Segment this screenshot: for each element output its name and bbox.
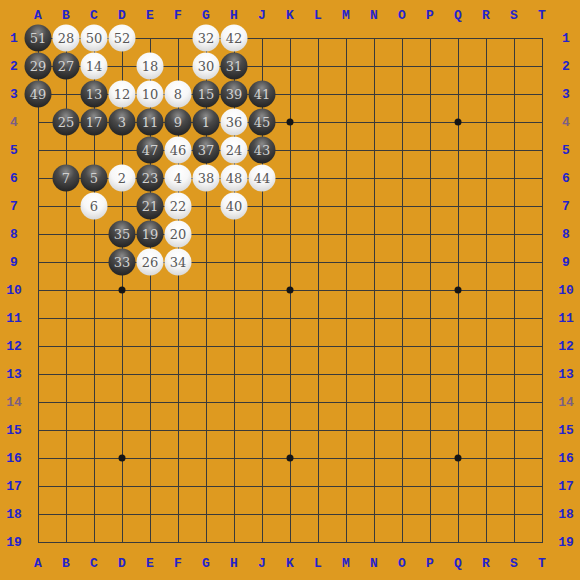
row-label-right-5: 5 bbox=[562, 144, 570, 157]
col-label-bottom-E: E bbox=[146, 557, 154, 570]
col-label-bottom-F: F bbox=[174, 557, 182, 570]
row-label-left-1: 1 bbox=[10, 32, 18, 45]
col-label-top-J: J bbox=[258, 9, 266, 22]
stone-white-34: 34 bbox=[165, 249, 192, 276]
stone-black-39: 39 bbox=[221, 81, 248, 108]
stone-white-18: 18 bbox=[137, 53, 164, 80]
stone-black-43: 43 bbox=[249, 137, 276, 164]
col-label-bottom-A: A bbox=[34, 557, 42, 570]
col-label-bottom-B: B bbox=[62, 557, 70, 570]
stone-white-12: 12 bbox=[109, 81, 136, 108]
star-point-Q4 bbox=[455, 119, 462, 126]
star-point-K10 bbox=[287, 287, 294, 294]
row-label-left-8: 8 bbox=[10, 228, 18, 241]
stone-black-3: 3 bbox=[109, 109, 136, 136]
row-label-left-14: 14 bbox=[6, 396, 22, 409]
col-label-bottom-N: N bbox=[370, 557, 378, 570]
col-label-top-M: M bbox=[342, 9, 350, 22]
stone-white-28: 28 bbox=[53, 25, 80, 52]
row-label-left-7: 7 bbox=[10, 200, 18, 213]
col-label-top-O: O bbox=[398, 9, 406, 22]
row-label-right-15: 15 bbox=[558, 424, 574, 437]
stone-white-4: 4 bbox=[165, 165, 192, 192]
col-label-top-S: S bbox=[510, 9, 518, 22]
stone-white-38: 38 bbox=[193, 165, 220, 192]
star-point-K4 bbox=[287, 119, 294, 126]
row-label-left-3: 3 bbox=[10, 88, 18, 101]
row-label-right-13: 13 bbox=[558, 368, 574, 381]
star-point-D16 bbox=[119, 455, 126, 462]
stone-black-37: 37 bbox=[193, 137, 220, 164]
col-label-top-D: D bbox=[118, 9, 126, 22]
row-label-left-17: 17 bbox=[6, 480, 22, 493]
row-label-left-12: 12 bbox=[6, 340, 22, 353]
col-label-top-H: H bbox=[230, 9, 238, 22]
stone-white-2: 2 bbox=[109, 165, 136, 192]
col-label-bottom-K: K bbox=[286, 557, 294, 570]
row-label-left-19: 19 bbox=[6, 536, 22, 549]
col-label-bottom-J: J bbox=[258, 557, 266, 570]
row-label-left-6: 6 bbox=[10, 172, 18, 185]
stone-white-20: 20 bbox=[165, 221, 192, 248]
row-label-right-18: 18 bbox=[558, 508, 574, 521]
row-label-right-14: 14 bbox=[558, 396, 574, 409]
row-label-left-16: 16 bbox=[6, 452, 22, 465]
col-label-bottom-O: O bbox=[398, 557, 406, 570]
stone-white-46: 46 bbox=[165, 137, 192, 164]
stone-black-29: 29 bbox=[25, 53, 52, 80]
stone-white-30: 30 bbox=[193, 53, 220, 80]
stone-black-33: 33 bbox=[109, 249, 136, 276]
col-label-bottom-G: G bbox=[202, 557, 210, 570]
col-label-bottom-R: R bbox=[482, 557, 490, 570]
stone-black-7: 7 bbox=[53, 165, 80, 192]
row-label-right-6: 6 bbox=[562, 172, 570, 185]
stone-black-47: 47 bbox=[137, 137, 164, 164]
star-point-D10 bbox=[119, 287, 126, 294]
col-label-top-C: C bbox=[90, 9, 98, 22]
col-label-bottom-L: L bbox=[314, 557, 322, 570]
row-label-right-1: 1 bbox=[562, 32, 570, 45]
stone-white-42: 42 bbox=[221, 25, 248, 52]
row-label-right-17: 17 bbox=[558, 480, 574, 493]
row-label-right-11: 11 bbox=[558, 312, 574, 325]
stone-white-32: 32 bbox=[193, 25, 220, 52]
col-label-bottom-H: H bbox=[230, 557, 238, 570]
col-label-bottom-P: P bbox=[426, 557, 434, 570]
stone-black-49: 49 bbox=[25, 81, 52, 108]
row-label-left-4: 4 bbox=[10, 116, 18, 129]
stone-black-13: 13 bbox=[81, 81, 108, 108]
row-label-right-10: 10 bbox=[558, 284, 574, 297]
stone-black-45: 45 bbox=[249, 109, 276, 136]
stone-black-27: 27 bbox=[53, 53, 80, 80]
star-point-Q10 bbox=[455, 287, 462, 294]
stone-white-44: 44 bbox=[249, 165, 276, 192]
col-label-top-K: K bbox=[286, 9, 294, 22]
row-label-left-10: 10 bbox=[6, 284, 22, 297]
stone-black-5: 5 bbox=[81, 165, 108, 192]
row-label-left-11: 11 bbox=[6, 312, 22, 325]
col-label-top-L: L bbox=[314, 9, 322, 22]
row-label-right-16: 16 bbox=[558, 452, 574, 465]
star-point-K16 bbox=[287, 455, 294, 462]
row-label-left-15: 15 bbox=[6, 424, 22, 437]
stone-white-36: 36 bbox=[221, 109, 248, 136]
stone-white-8: 8 bbox=[165, 81, 192, 108]
row-label-left-9: 9 bbox=[10, 256, 18, 269]
row-label-right-3: 3 bbox=[562, 88, 570, 101]
row-label-right-7: 7 bbox=[562, 200, 570, 213]
col-label-bottom-T: T bbox=[538, 557, 546, 570]
row-label-left-5: 5 bbox=[10, 144, 18, 157]
stone-white-24: 24 bbox=[221, 137, 248, 164]
star-point-Q16 bbox=[455, 455, 462, 462]
col-label-top-E: E bbox=[146, 9, 154, 22]
col-label-top-B: B bbox=[62, 9, 70, 22]
col-label-top-F: F bbox=[174, 9, 182, 22]
col-label-bottom-S: S bbox=[510, 557, 518, 570]
col-label-top-N: N bbox=[370, 9, 378, 22]
stone-black-25: 25 bbox=[53, 109, 80, 136]
row-label-left-13: 13 bbox=[6, 368, 22, 381]
stone-black-23: 23 bbox=[137, 165, 164, 192]
stone-white-50: 50 bbox=[81, 25, 108, 52]
stone-white-48: 48 bbox=[221, 165, 248, 192]
stone-black-11: 11 bbox=[137, 109, 164, 136]
stone-white-26: 26 bbox=[137, 249, 164, 276]
stone-black-21: 21 bbox=[137, 193, 164, 220]
col-label-bottom-M: M bbox=[342, 557, 350, 570]
col-label-top-T: T bbox=[538, 9, 546, 22]
col-label-top-P: P bbox=[426, 9, 434, 22]
row-label-left-2: 2 bbox=[10, 60, 18, 73]
col-label-bottom-C: C bbox=[90, 557, 98, 570]
col-label-top-G: G bbox=[202, 9, 210, 22]
col-label-bottom-D: D bbox=[118, 557, 126, 570]
col-label-top-Q: Q bbox=[454, 9, 462, 22]
row-label-right-2: 2 bbox=[562, 60, 570, 73]
stone-black-19: 19 bbox=[137, 221, 164, 248]
stone-black-41: 41 bbox=[249, 81, 276, 108]
stone-white-10: 10 bbox=[137, 81, 164, 108]
row-label-right-4: 4 bbox=[562, 116, 570, 129]
stone-white-14: 14 bbox=[81, 53, 108, 80]
stone-black-31: 31 bbox=[221, 53, 248, 80]
stone-black-17: 17 bbox=[81, 109, 108, 136]
stone-black-51: 51 bbox=[25, 25, 52, 52]
row-label-right-12: 12 bbox=[558, 340, 574, 353]
stone-white-6: 6 bbox=[81, 193, 108, 220]
stone-black-1: 1 bbox=[193, 109, 220, 136]
col-label-bottom-Q: Q bbox=[454, 557, 462, 570]
go-board[interactable]: AABBCCDDEEFFGGHHJJKKLLMMNNOOPPQQRRSSTT11… bbox=[0, 0, 580, 580]
stone-black-15: 15 bbox=[193, 81, 220, 108]
stone-black-35: 35 bbox=[109, 221, 136, 248]
stone-white-40: 40 bbox=[221, 193, 248, 220]
stone-black-9: 9 bbox=[165, 109, 192, 136]
row-label-right-9: 9 bbox=[562, 256, 570, 269]
stone-white-52: 52 bbox=[109, 25, 136, 52]
col-label-top-R: R bbox=[482, 9, 490, 22]
row-label-left-18: 18 bbox=[6, 508, 22, 521]
col-label-top-A: A bbox=[34, 9, 42, 22]
row-label-right-19: 19 bbox=[558, 536, 574, 549]
row-label-right-8: 8 bbox=[562, 228, 570, 241]
stone-white-22: 22 bbox=[165, 193, 192, 220]
